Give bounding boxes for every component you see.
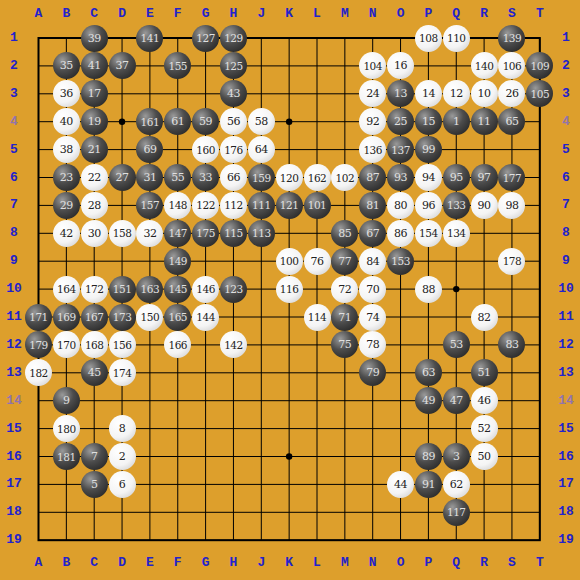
white-stone-Q1: 110 bbox=[443, 25, 470, 52]
white-stone-B10: 164 bbox=[53, 276, 80, 303]
white-stone-Q8: 134 bbox=[443, 220, 470, 247]
black-stone-Q7: 133 bbox=[443, 192, 470, 219]
black-stone-B7: 29 bbox=[53, 192, 80, 219]
black-stone-D6: 27 bbox=[109, 164, 136, 191]
white-stone-R3: 10 bbox=[471, 80, 498, 107]
black-stone-O9: 153 bbox=[387, 248, 414, 275]
black-stone-R13: 51 bbox=[471, 359, 498, 386]
white-stone-L6: 162 bbox=[304, 164, 331, 191]
black-stone-M8: 85 bbox=[331, 220, 358, 247]
black-stone-P13: 63 bbox=[415, 359, 442, 386]
white-stone-B4: 40 bbox=[53, 108, 80, 135]
white-stone-R2: 140 bbox=[471, 52, 498, 79]
black-stone-C16: 7 bbox=[81, 443, 108, 470]
white-stone-P10: 88 bbox=[415, 276, 442, 303]
white-stone-D16: 2 bbox=[109, 443, 136, 470]
black-stone-B14: 9 bbox=[53, 387, 80, 414]
black-stone-Q4: 1 bbox=[443, 108, 470, 135]
white-stone-Q3: 12 bbox=[443, 80, 470, 107]
white-stone-P8: 154 bbox=[415, 220, 442, 247]
white-stone-C7: 28 bbox=[81, 192, 108, 219]
white-stone-H6: 66 bbox=[220, 164, 247, 191]
white-stone-R11: 82 bbox=[471, 304, 498, 331]
white-stone-N10: 70 bbox=[359, 276, 386, 303]
white-stone-D13: 174 bbox=[109, 359, 136, 386]
white-stone-L11: 114 bbox=[304, 304, 331, 331]
black-stone-H1: 129 bbox=[220, 25, 247, 52]
black-stone-G1: 127 bbox=[192, 25, 219, 52]
black-stone-N8: 67 bbox=[359, 220, 386, 247]
white-stone-G5: 160 bbox=[192, 136, 219, 163]
white-stone-R16: 50 bbox=[471, 443, 498, 470]
black-stone-C5: 21 bbox=[81, 136, 108, 163]
white-stone-E8: 32 bbox=[136, 220, 163, 247]
white-stone-M10: 72 bbox=[331, 276, 358, 303]
star-point-K16 bbox=[286, 453, 292, 459]
white-stone-G7: 122 bbox=[192, 192, 219, 219]
black-stone-A11: 171 bbox=[25, 304, 52, 331]
black-stone-F8: 147 bbox=[164, 220, 191, 247]
white-stone-O8: 86 bbox=[387, 220, 414, 247]
white-stone-C6: 22 bbox=[81, 164, 108, 191]
white-stone-R15: 52 bbox=[471, 415, 498, 442]
white-stone-H4: 56 bbox=[220, 108, 247, 135]
black-stone-J8: 113 bbox=[248, 220, 275, 247]
white-stone-Q17: 62 bbox=[443, 471, 470, 498]
white-stone-D17: 6 bbox=[109, 471, 136, 498]
white-stone-L9: 76 bbox=[304, 248, 331, 275]
white-stone-O7: 80 bbox=[387, 192, 414, 219]
white-stone-K9: 100 bbox=[276, 248, 303, 275]
black-stone-F9: 149 bbox=[164, 248, 191, 275]
white-stone-N11: 74 bbox=[359, 304, 386, 331]
white-stone-B3: 36 bbox=[53, 80, 80, 107]
white-stone-C12: 168 bbox=[81, 331, 108, 358]
white-stone-C8: 30 bbox=[81, 220, 108, 247]
white-stone-C10: 172 bbox=[81, 276, 108, 303]
white-stone-D12: 156 bbox=[109, 331, 136, 358]
white-stone-B15: 180 bbox=[53, 415, 80, 442]
black-stone-Q12: 53 bbox=[443, 331, 470, 358]
white-stone-D8: 158 bbox=[109, 220, 136, 247]
black-stone-Q6: 95 bbox=[443, 164, 470, 191]
black-stone-E1: 141 bbox=[136, 25, 163, 52]
star-point-D4 bbox=[119, 119, 125, 125]
white-stone-D15: 8 bbox=[109, 415, 136, 442]
black-stone-N6: 87 bbox=[359, 164, 386, 191]
white-stone-R14: 46 bbox=[471, 387, 498, 414]
white-stone-O17: 44 bbox=[387, 471, 414, 498]
white-stone-P6: 94 bbox=[415, 164, 442, 191]
black-stone-C2: 41 bbox=[81, 52, 108, 79]
black-stone-P14: 49 bbox=[415, 387, 442, 414]
black-stone-Q14: 47 bbox=[443, 387, 470, 414]
white-stone-H7: 112 bbox=[220, 192, 247, 219]
black-stone-R4: 11 bbox=[471, 108, 498, 135]
white-stone-P7: 96 bbox=[415, 192, 442, 219]
white-stone-J5: 64 bbox=[248, 136, 275, 163]
black-stone-C3: 17 bbox=[81, 80, 108, 107]
black-stone-J7: 111 bbox=[248, 192, 275, 219]
black-stone-G8: 175 bbox=[192, 220, 219, 247]
white-stone-R7: 90 bbox=[471, 192, 498, 219]
black-stone-R6: 97 bbox=[471, 164, 498, 191]
black-stone-G6: 33 bbox=[192, 164, 219, 191]
white-stone-P3: 14 bbox=[415, 80, 442, 107]
black-stone-P16: 89 bbox=[415, 443, 442, 470]
white-stone-S9: 178 bbox=[498, 248, 525, 275]
white-stone-G11: 144 bbox=[192, 304, 219, 331]
black-stone-K7: 121 bbox=[276, 192, 303, 219]
black-stone-H8: 115 bbox=[220, 220, 247, 247]
black-stone-E10: 163 bbox=[136, 276, 163, 303]
black-stone-C4: 19 bbox=[81, 108, 108, 135]
white-stone-B5: 38 bbox=[53, 136, 80, 163]
black-stone-C13: 45 bbox=[81, 359, 108, 386]
star-point-Q10 bbox=[453, 286, 459, 292]
black-stone-L7: 101 bbox=[304, 192, 331, 219]
white-stone-G10: 146 bbox=[192, 276, 219, 303]
black-stone-C11: 167 bbox=[81, 304, 108, 331]
black-stone-J6: 159 bbox=[248, 164, 275, 191]
black-stone-N7: 81 bbox=[359, 192, 386, 219]
black-stone-S1: 139 bbox=[498, 25, 525, 52]
white-stone-F7: 148 bbox=[164, 192, 191, 219]
black-stone-D10: 151 bbox=[109, 276, 136, 303]
black-stone-P5: 99 bbox=[415, 136, 442, 163]
white-stone-N9: 84 bbox=[359, 248, 386, 275]
white-stone-J4: 58 bbox=[248, 108, 275, 135]
white-stone-B8: 42 bbox=[53, 220, 80, 247]
black-stone-C1: 39 bbox=[81, 25, 108, 52]
black-stone-H10: 123 bbox=[220, 276, 247, 303]
white-stone-P1: 108 bbox=[415, 25, 442, 52]
white-stone-K6: 120 bbox=[276, 164, 303, 191]
black-stone-B16: 181 bbox=[53, 443, 80, 470]
star-point-K4 bbox=[286, 119, 292, 125]
black-stone-Q18: 117 bbox=[443, 499, 470, 526]
go-board-screen: ABCDEFGHJKLMNOPQRST ABCDEFGHJKLMNOPQRST … bbox=[0, 0, 580, 580]
black-stone-B6: 23 bbox=[53, 164, 80, 191]
black-stone-D11: 173 bbox=[109, 304, 136, 331]
black-stone-F10: 145 bbox=[164, 276, 191, 303]
black-stone-M11: 71 bbox=[331, 304, 358, 331]
black-stone-C17: 5 bbox=[81, 471, 108, 498]
black-stone-O6: 93 bbox=[387, 164, 414, 191]
black-stone-B11: 169 bbox=[53, 304, 80, 331]
black-stone-M9: 77 bbox=[331, 248, 358, 275]
black-stone-P17: 91 bbox=[415, 471, 442, 498]
black-stone-F11: 165 bbox=[164, 304, 191, 331]
black-stone-Q16: 3 bbox=[443, 443, 470, 470]
black-stone-P4: 15 bbox=[415, 108, 442, 135]
white-stone-H5: 176 bbox=[220, 136, 247, 163]
white-stone-K10: 116 bbox=[276, 276, 303, 303]
black-stone-D2: 37 bbox=[109, 52, 136, 79]
black-stone-O5: 137 bbox=[387, 136, 414, 163]
white-stone-E11: 150 bbox=[136, 304, 163, 331]
